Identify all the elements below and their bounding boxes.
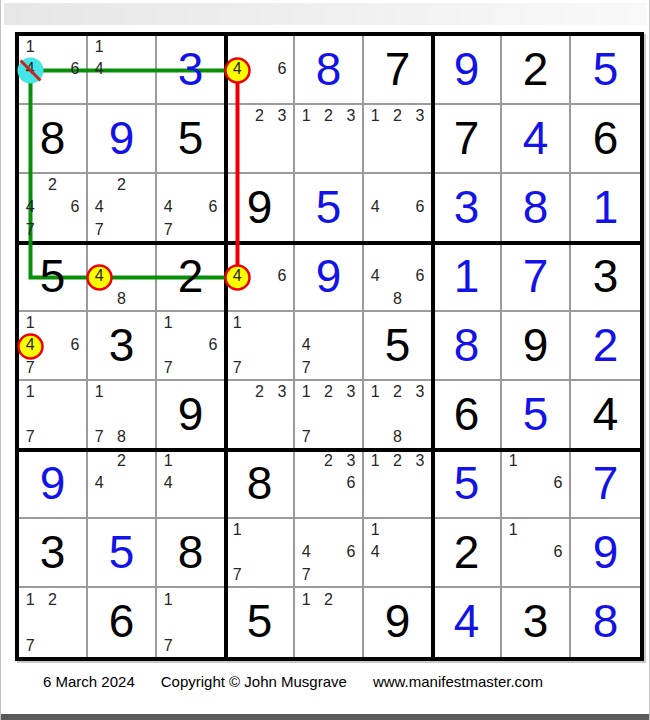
candidate-2: 2 [248,105,270,127]
cell-r4c1[interactable]: 5 [19,243,88,312]
cell-r3c2[interactable]: 247 [88,174,157,243]
candidate-8: 8 [110,288,132,310]
given-digit: 6 [433,381,500,448]
given-digit: 7 [433,105,500,172]
cell-r9c7[interactable]: 4 [433,588,502,657]
candidate-1: 1 [364,450,386,472]
pencil-marks: 17 [226,312,293,379]
cell-r2c9[interactable]: 6 [571,105,640,174]
candidate-1: 1 [502,450,524,472]
cell-r2c5[interactable]: 123 [295,105,364,174]
bottom-edge-bar [1,714,649,720]
cell-r9c8[interactable]: 3 [502,588,571,657]
candidate-4: 4 [226,58,248,80]
pencil-marks: 17 [226,519,293,586]
cell-r5c3[interactable]: 167 [157,312,226,381]
cell-r9c4[interactable]: 5 [226,588,295,657]
cell-r9c1[interactable]: 127 [19,588,88,657]
candidate-1: 1 [19,381,41,403]
given-digit: 3 [571,243,640,310]
pencil-marks: 1467 [19,312,86,379]
pencil-marks: 123 [364,450,431,517]
cell-r4c4[interactable]: 46 [226,243,295,312]
candidate-7: 7 [157,357,179,379]
candidate-4: 4 [19,196,41,218]
candidate-3: 3 [340,105,362,127]
cell-r4c9[interactable]: 3 [571,243,640,312]
candidate-6: 6 [64,334,86,356]
candidate-4: 4 [364,265,386,287]
candidate-3: 3 [271,105,293,127]
solved-digit: 8 [295,36,362,103]
given-digit: 9 [502,312,569,379]
candidate-1: 1 [364,519,386,541]
cell-r7c8[interactable]: 16 [502,450,571,519]
solved-digit: 9 [19,450,86,517]
cell-r1c3[interactable]: 3 [157,36,226,105]
solved-digit: 5 [88,519,155,586]
cell-r6c6[interactable]: 1238 [364,381,433,450]
cell-r2c3[interactable]: 5 [157,105,226,174]
cell-r3c8[interactable]: 8 [502,174,571,243]
candidate-7: 7 [295,357,317,379]
solved-digit: 1 [571,174,640,241]
given-digit: 5 [19,243,86,310]
cell-r1c9[interactable]: 5 [571,36,640,105]
candidate-4: 4 [88,472,110,494]
candidate-2: 2 [317,588,339,611]
candidate-1: 1 [364,381,386,403]
pencil-marks: 16 [502,519,569,586]
candidate-4: 4 [295,334,317,356]
cell-r1c8[interactable]: 2 [502,36,571,105]
solved-digit: 5 [571,36,640,103]
candidate-7: 7 [19,426,41,448]
given-digit: 9 [364,588,431,657]
candidate-1: 1 [364,105,386,127]
cell-r2c8[interactable]: 4 [502,105,571,174]
candidate-6: 6 [340,541,362,563]
cell-r3c6[interactable]: 46 [364,174,433,243]
candidate-1: 1 [157,450,179,472]
candidate-1: 1 [502,519,524,541]
cell-r9c3[interactable]: 17 [157,588,226,657]
cell-r5c7[interactable]: 8 [433,312,502,381]
candidate-4: 4 [157,472,179,494]
candidate-6: 6 [340,472,362,494]
cell-r8c1[interactable]: 3 [19,519,88,588]
candidate-7: 7 [157,634,179,657]
pencil-marks: 46 [226,36,293,103]
candidate-4: 4 [88,58,110,80]
candidate-6: 6 [409,265,431,287]
cell-r6c7[interactable]: 6 [433,381,502,450]
pencil-marks: 16 [502,450,569,517]
solved-digit: 5 [502,381,569,448]
pencil-marks: 467 [295,519,362,586]
cell-r2c4[interactable]: 23 [226,105,295,174]
candidate-4: 4 [88,196,110,218]
cell-r8c5[interactable]: 467 [295,519,364,588]
sudoku-board: 1461434687925895231231237462467247467954… [15,32,644,661]
pencil-marks: 247 [88,174,155,241]
given-digit: 7 [364,36,431,103]
solved-digit: 9 [571,519,640,586]
candidate-8: 8 [386,426,408,448]
footer-website: www.manifestmaster.com [373,673,543,690]
cell-r4c7[interactable]: 1 [433,243,502,312]
cell-r3c1[interactable]: 2467 [19,174,88,243]
cell-r5c8[interactable]: 9 [502,312,571,381]
given-digit: 2 [502,36,569,103]
given-digit: 9 [157,381,224,448]
candidate-1: 1 [19,36,41,58]
solved-digit: 3 [157,36,224,103]
pencil-marks: 24 [88,450,155,517]
cell-r4c3[interactable]: 2 [157,243,226,312]
candidate-2: 2 [386,105,408,127]
pencil-marks: 236 [295,450,362,517]
candidate-1: 1 [295,105,317,127]
candidate-2: 2 [317,381,339,403]
cell-r8c7[interactable]: 2 [433,519,502,588]
candidate-7: 7 [295,564,317,586]
candidate-8: 8 [110,426,132,448]
cell-r6c1[interactable]: 17 [19,381,88,450]
given-digit: 9 [226,174,293,241]
candidate-1: 1 [157,588,179,611]
cell-r8c2[interactable]: 5 [88,519,157,588]
pencil-marks: 1237 [295,381,362,448]
footer: 6 March 2024 Copyright © John Musgrave w… [43,673,543,690]
given-digit: 2 [433,519,500,586]
solved-digit: 8 [502,174,569,241]
candidate-7: 7 [19,357,41,379]
candidate-2: 2 [317,450,339,472]
solved-digit: 8 [571,588,640,657]
solved-digit: 5 [433,450,500,517]
cell-r7c1[interactable]: 9 [19,450,88,519]
candidate-6: 6 [409,196,431,218]
cell-r5c5[interactable]: 47 [295,312,364,381]
cell-r1c4[interactable]: 46 [226,36,295,105]
given-digit: 4 [571,381,640,448]
cell-r6c2[interactable]: 178 [88,381,157,450]
cell-r4c5[interactable]: 9 [295,243,364,312]
cell-r8c4[interactable]: 17 [226,519,295,588]
candidate-2: 2 [317,105,339,127]
given-digit: 5 [364,312,431,379]
cell-r5c1[interactable]: 1467 [19,312,88,381]
candidate-6: 6 [64,196,86,218]
candidate-1: 1 [226,519,248,541]
candidate-8: 8 [386,288,408,310]
sudoku-page: 1461434687925895231231237462467247467954… [0,0,650,720]
candidate-2: 2 [386,450,408,472]
candidate-7: 7 [295,426,317,448]
given-digit: 6 [571,105,640,172]
cell-r9c9[interactable]: 8 [571,588,640,657]
footer-copyright: Copyright © John Musgrave [161,673,347,690]
pencil-marks: 12 [295,588,362,657]
candidate-6: 6 [547,541,569,563]
pencil-marks: 14 [157,450,224,517]
pencil-marks: 167 [157,312,224,379]
cell-r6c9[interactable]: 4 [571,381,640,450]
cell-r5c9[interactable]: 2 [571,312,640,381]
candidate-6: 6 [271,265,293,287]
pencil-marks: 2467 [19,174,86,241]
pencil-marks: 17 [157,588,224,657]
solved-digit: 5 [295,174,362,241]
candidate-1: 1 [88,381,110,403]
candidate-6: 6 [547,472,569,494]
candidate-7: 7 [226,564,248,586]
candidate-1: 1 [295,381,317,403]
given-digit: 3 [19,519,86,586]
cell-r8c3[interactable]: 8 [157,519,226,588]
cell-r4c6[interactable]: 468 [364,243,433,312]
candidate-4: 4 [226,265,248,287]
candidate-6: 6 [64,58,86,80]
solved-digit: 4 [502,105,569,172]
candidate-7: 7 [19,634,41,657]
pencil-marks: 178 [88,381,155,448]
cell-r1c2[interactable]: 14 [88,36,157,105]
cell-r5c6[interactable]: 5 [364,312,433,381]
cell-r3c4[interactable]: 9 [226,174,295,243]
cell-r7c4[interactable]: 8 [226,450,295,519]
cell-r9c6[interactable]: 9 [364,588,433,657]
given-digit: 8 [19,105,86,172]
candidate-1: 1 [226,312,248,334]
candidate-1: 1 [88,36,110,58]
candidate-4: 4 [157,196,179,218]
pencil-marks: 123 [295,105,362,172]
pencil-marks: 23 [226,381,293,448]
solved-digit: 8 [433,312,500,379]
cell-r2c1[interactable]: 8 [19,105,88,174]
candidate-2: 2 [41,174,63,196]
solved-digit: 4 [433,588,500,657]
cell-r1c7[interactable]: 9 [433,36,502,105]
candidate-4: 4 [19,334,41,356]
cell-r2c6[interactable]: 123 [364,105,433,174]
given-digit: 5 [157,105,224,172]
pencil-marks: 47 [295,312,362,379]
candidate-3: 3 [340,381,362,403]
cell-r1c1[interactable]: 146 [19,36,88,105]
candidate-2: 2 [386,381,408,403]
solved-digit: 9 [433,36,500,103]
candidate-3: 3 [340,450,362,472]
pencil-marks: 17 [19,381,86,448]
cell-r3c3[interactable]: 467 [157,174,226,243]
candidate-4: 4 [295,541,317,563]
given-digit: 5 [226,588,293,657]
candidate-2: 2 [41,588,63,611]
solved-digit: 1 [433,243,500,310]
cell-r5c2[interactable]: 3 [88,312,157,381]
candidate-7: 7 [226,357,248,379]
candidate-3: 3 [409,105,431,127]
candidate-2: 2 [248,381,270,403]
solved-digit: 3 [433,174,500,241]
cell-r8c9[interactable]: 9 [571,519,640,588]
candidate-7: 7 [19,219,41,241]
solved-digit: 7 [571,450,640,517]
pencil-marks: 467 [157,174,224,241]
candidate-6: 6 [202,196,224,218]
cell-r6c5[interactable]: 1237 [295,381,364,450]
cell-r3c7[interactable]: 3 [433,174,502,243]
cell-r5c4[interactable]: 17 [226,312,295,381]
pencil-marks: 146 [19,36,86,103]
candidate-6: 6 [202,334,224,356]
cell-r8c8[interactable]: 16 [502,519,571,588]
cell-r7c5[interactable]: 236 [295,450,364,519]
cell-r1c6[interactable]: 7 [364,36,433,105]
pencil-marks: 14 [88,36,155,103]
cell-r4c2[interactable]: 48 [88,243,157,312]
solved-digit: 9 [88,105,155,172]
candidate-4: 4 [19,58,41,80]
cell-r6c3[interactable]: 9 [157,381,226,450]
pencil-marks: 468 [364,243,431,310]
candidate-1: 1 [157,312,179,334]
candidate-3: 3 [409,381,431,403]
given-digit: 6 [88,588,155,657]
window-chrome-strip [4,3,647,25]
candidate-2: 2 [110,450,132,472]
cell-r6c4[interactable]: 23 [226,381,295,450]
candidate-7: 7 [88,219,110,241]
candidate-7: 7 [157,219,179,241]
candidate-4: 4 [364,196,386,218]
candidate-7: 7 [88,426,110,448]
cell-r2c7[interactable]: 7 [433,105,502,174]
candidate-2: 2 [110,174,132,196]
pencil-marks: 123 [364,105,431,172]
pencil-marks: 127 [19,588,86,657]
pencil-marks: 14 [364,519,431,586]
cell-r3c5[interactable]: 5 [295,174,364,243]
solved-digit: 9 [295,243,362,310]
cell-r8c6[interactable]: 14 [364,519,433,588]
given-digit: 3 [88,312,155,379]
pencil-marks: 1238 [364,381,431,448]
cell-r6c8[interactable]: 5 [502,381,571,450]
cell-r7c2[interactable]: 24 [88,450,157,519]
pencil-marks: 46 [364,174,431,241]
solved-digit: 2 [571,312,640,379]
cell-r3c9[interactable]: 1 [571,174,640,243]
given-digit: 8 [157,519,224,586]
candidate-1: 1 [19,312,41,334]
candidate-3: 3 [271,381,293,403]
pencil-marks: 46 [226,243,293,310]
cell-r7c6[interactable]: 123 [364,450,433,519]
cell-r7c3[interactable]: 14 [157,450,226,519]
given-digit: 8 [226,450,293,517]
given-digit: 3 [502,588,569,657]
candidate-4: 4 [88,265,110,287]
pencil-marks: 48 [88,243,155,310]
candidate-1: 1 [19,588,41,611]
cell-r1c5[interactable]: 8 [295,36,364,105]
candidate-6: 6 [271,58,293,80]
cell-r7c9[interactable]: 7 [571,450,640,519]
cell-r7c7[interactable]: 5 [433,450,502,519]
candidate-3: 3 [409,450,431,472]
candidate-1: 1 [295,588,317,611]
pencil-marks: 23 [226,105,293,172]
cell-r4c8[interactable]: 7 [502,243,571,312]
candidate-4: 4 [364,541,386,563]
cell-r2c2[interactable]: 9 [88,105,157,174]
solved-digit: 7 [502,243,569,310]
footer-date: 6 March 2024 [43,673,135,690]
given-digit: 2 [157,243,224,310]
cell-r9c5[interactable]: 12 [295,588,364,657]
cell-r9c2[interactable]: 6 [88,588,157,657]
